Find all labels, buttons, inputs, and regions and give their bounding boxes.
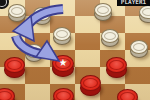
board-square[interactable] — [75, 33, 100, 50]
checker-white[interactable] — [25, 44, 43, 60]
checker-white[interactable] — [94, 3, 112, 19]
piece-ring — [28, 47, 40, 55]
piece-ring — [109, 60, 124, 70]
piece-ring — [133, 43, 145, 51]
board-square[interactable] — [25, 84, 50, 100]
red-piece-top — [0, 88, 15, 100]
checker-red[interactable] — [4, 57, 25, 76]
piece-ring — [97, 6, 109, 14]
piece-ring — [104, 32, 116, 40]
piece-ring — [83, 78, 98, 88]
checker-red[interactable] — [106, 57, 127, 76]
board-square[interactable] — [0, 33, 25, 50]
red-piece-top — [53, 88, 74, 100]
red-piece-top — [117, 89, 138, 100]
checker-red[interactable] — [0, 88, 15, 100]
black-disc-highlight — [0, 0, 7, 7]
game-screen: ★ PLAYER1 — [0, 0, 150, 100]
checker-red[interactable] — [53, 88, 74, 100]
white-piece-top — [94, 3, 112, 17]
white-piece-top — [33, 7, 51, 21]
checker-white[interactable] — [53, 27, 71, 43]
board-square[interactable] — [125, 67, 150, 84]
player-label: PLAYER1 — [117, 0, 150, 6]
piece-ring — [36, 10, 48, 18]
checker-red[interactable] — [117, 89, 138, 100]
board-square[interactable] — [50, 0, 75, 16]
piece-ring — [11, 7, 23, 15]
board-square[interactable] — [25, 67, 50, 84]
red-piece-top — [106, 57, 127, 73]
checker-white[interactable] — [33, 7, 51, 23]
checker-white[interactable] — [130, 40, 148, 56]
white-piece-top — [53, 27, 71, 41]
piece-ring — [55, 58, 71, 69]
checker-white[interactable] — [8, 4, 26, 20]
checker-red-king[interactable]: ★ — [52, 55, 74, 75]
piece-ring — [0, 91, 12, 100]
white-piece-top — [101, 29, 119, 43]
white-piece-top — [139, 5, 150, 19]
piece-ring — [142, 8, 150, 16]
piece-ring — [7, 60, 22, 70]
white-piece-top — [25, 44, 43, 58]
checker-white[interactable] — [101, 29, 119, 45]
piece-ring — [56, 30, 68, 38]
checker-red[interactable] — [80, 75, 101, 94]
piece-ring — [56, 91, 71, 100]
red-piece-top: ★ — [52, 55, 74, 72]
piece-ring — [120, 92, 135, 100]
white-piece-top — [130, 40, 148, 54]
checker-white[interactable] — [139, 5, 150, 21]
board-square[interactable] — [75, 50, 100, 67]
red-piece-top — [4, 57, 25, 73]
player-turn-banner: PLAYER1 — [117, 0, 150, 6]
red-piece-top — [80, 75, 101, 91]
white-piece-top — [8, 4, 26, 18]
